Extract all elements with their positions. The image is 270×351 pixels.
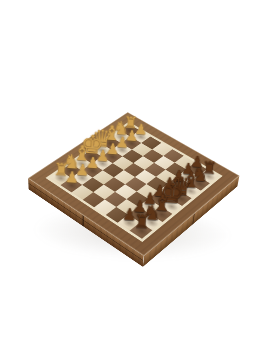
piece-black-rook-h8[interactable]: ♜ [128,211,155,231]
product-photo-stage: ♜♟♟♜♞♟♟♞♝♟♟♝♛♟♟♛♚♟♟♚♝♟♟♝♞♟♟♞♜♟♟♜ [0,0,270,351]
piece-white-pawn-h2[interactable]: ♟ [59,169,84,186]
